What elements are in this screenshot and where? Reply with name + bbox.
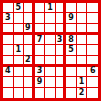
cell-r8c2[interactable] bbox=[14, 77, 25, 87]
cell-r6c1[interactable] bbox=[3, 56, 14, 67]
cell-r2c4[interactable] bbox=[35, 13, 46, 23]
cell-r3c4[interactable] bbox=[35, 24, 46, 35]
cell-r1c8[interactable] bbox=[77, 3, 88, 13]
cell-r8c9[interactable] bbox=[87, 77, 98, 87]
cell-r1c1[interactable] bbox=[3, 3, 14, 13]
cell-r3c6[interactable] bbox=[56, 24, 67, 35]
cell-r6c4[interactable] bbox=[35, 56, 46, 67]
given-digit-r5c2[interactable]: 1 bbox=[14, 45, 25, 55]
cell-r5c6[interactable] bbox=[56, 45, 67, 55]
given-digit-r7c4[interactable]: 3 bbox=[35, 67, 46, 77]
cell-r1c3[interactable] bbox=[24, 3, 35, 13]
given-digit-r1c2[interactable]: 5 bbox=[14, 3, 25, 13]
given-digit-r7c1[interactable]: 4 bbox=[3, 67, 14, 77]
cell-r1c7[interactable] bbox=[66, 3, 77, 13]
cell-r3c1[interactable] bbox=[3, 24, 14, 35]
cell-r5c5[interactable] bbox=[45, 45, 56, 55]
cell-r8c7[interactable] bbox=[66, 77, 77, 87]
cell-r9c4[interactable] bbox=[35, 88, 46, 98]
given-digit-r4c6[interactable]: 3 bbox=[56, 35, 67, 45]
cell-r4c1[interactable] bbox=[3, 35, 14, 45]
cell-r1c9[interactable] bbox=[87, 3, 98, 13]
cell-r7c6[interactable] bbox=[56, 67, 67, 77]
cell-r9c5[interactable] bbox=[45, 88, 56, 98]
given-digit-r6c3[interactable]: 2 bbox=[24, 56, 35, 67]
cell-r7c7[interactable] bbox=[66, 67, 77, 77]
cell-r2c9[interactable] bbox=[87, 13, 98, 23]
sudoku-board: 51399738152436912 bbox=[0, 0, 101, 101]
cell-r9c7[interactable] bbox=[66, 88, 77, 98]
cell-r7c3[interactable] bbox=[24, 67, 35, 77]
cell-r6c5[interactable] bbox=[45, 56, 56, 67]
cell-r3c2[interactable] bbox=[14, 24, 25, 35]
cell-r6c8[interactable] bbox=[77, 56, 88, 67]
cell-r6c2[interactable] bbox=[14, 56, 25, 67]
cell-r5c9[interactable] bbox=[87, 45, 98, 55]
cell-r2c8[interactable] bbox=[77, 13, 88, 23]
cell-r9c6[interactable] bbox=[56, 88, 67, 98]
cell-r2c2[interactable] bbox=[14, 13, 25, 23]
cell-r5c4[interactable] bbox=[35, 45, 46, 55]
given-digit-r2c1[interactable]: 3 bbox=[3, 13, 14, 23]
cell-r8c1[interactable] bbox=[3, 77, 14, 87]
given-digit-r1c5[interactable]: 1 bbox=[45, 3, 56, 13]
given-digit-r4c4[interactable]: 7 bbox=[35, 35, 46, 45]
given-digit-r4c7[interactable]: 8 bbox=[66, 35, 77, 45]
cell-r2c5[interactable] bbox=[45, 13, 56, 23]
given-digit-r7c9[interactable]: 6 bbox=[87, 67, 98, 77]
cell-r9c2[interactable] bbox=[14, 88, 25, 98]
cell-r4c3[interactable] bbox=[24, 35, 35, 45]
cell-r9c1[interactable] bbox=[3, 88, 14, 98]
cell-r8c5[interactable] bbox=[45, 77, 56, 87]
cell-r9c9[interactable] bbox=[87, 88, 98, 98]
cell-r5c8[interactable] bbox=[77, 45, 88, 55]
cell-r1c6[interactable] bbox=[56, 3, 67, 13]
cell-r3c5[interactable] bbox=[45, 24, 56, 35]
cell-r4c8[interactable] bbox=[77, 35, 88, 45]
given-digit-r5c7[interactable]: 5 bbox=[66, 45, 77, 55]
cell-r3c9[interactable] bbox=[87, 24, 98, 35]
given-digit-r8c4[interactable]: 9 bbox=[35, 77, 46, 87]
cell-r6c6[interactable] bbox=[56, 56, 67, 67]
given-digit-r9c8[interactable]: 2 bbox=[77, 88, 88, 98]
cell-r3c8[interactable] bbox=[77, 24, 88, 35]
cell-r1c4[interactable] bbox=[35, 3, 46, 13]
cell-r5c1[interactable] bbox=[3, 45, 14, 55]
cell-r6c9[interactable] bbox=[87, 56, 98, 67]
cell-r3c7[interactable] bbox=[66, 24, 77, 35]
given-digit-r3c3[interactable]: 9 bbox=[24, 24, 35, 35]
cell-r9c3[interactable] bbox=[24, 88, 35, 98]
given-digit-r8c8[interactable]: 1 bbox=[77, 77, 88, 87]
cell-r7c5[interactable] bbox=[45, 67, 56, 77]
cell-r4c5[interactable] bbox=[45, 35, 56, 45]
cell-r4c9[interactable] bbox=[87, 35, 98, 45]
cell-r8c6[interactable] bbox=[56, 77, 67, 87]
given-digit-r2c7[interactable]: 9 bbox=[66, 13, 77, 23]
cell-r2c6[interactable] bbox=[56, 13, 67, 23]
cell-r4c2[interactable] bbox=[14, 35, 25, 45]
cell-r8c3[interactable] bbox=[24, 77, 35, 87]
cell-r7c2[interactable] bbox=[14, 67, 25, 77]
cell-r7c8[interactable] bbox=[77, 67, 88, 77]
cell-r6c7[interactable] bbox=[66, 56, 77, 67]
